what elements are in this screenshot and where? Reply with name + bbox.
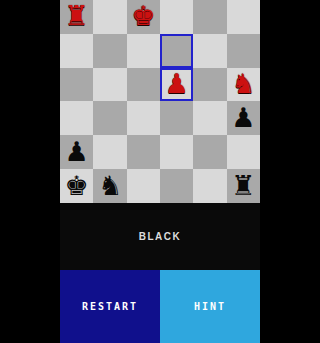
black-king: ♚ [65, 172, 89, 199]
black-rook: ♜ [231, 172, 255, 199]
square-f6[interactable] [227, 0, 260, 34]
chess-board[interactable]: ♜♚♟♞♟♟♚♞♜ [60, 0, 260, 203]
red-rook: ♜ [65, 2, 89, 29]
app-screen: ♜♚♟♞♟♟♚♞♜ BLACK RESTART HINT [60, 0, 260, 343]
square-a1[interactable]: ♚ [60, 169, 93, 203]
square-b6[interactable] [93, 0, 126, 34]
square-e4[interactable] [193, 68, 226, 102]
square-f3[interactable]: ♟ [227, 101, 260, 135]
square-e1[interactable] [193, 169, 226, 203]
square-d6[interactable] [160, 0, 193, 34]
square-d2[interactable] [160, 135, 193, 169]
square-d1[interactable] [160, 169, 193, 203]
square-c4[interactable] [127, 68, 160, 102]
square-f5[interactable] [227, 34, 260, 68]
square-f4[interactable]: ♞ [227, 68, 260, 102]
hint-button[interactable]: HINT [160, 270, 260, 343]
turn-indicator: BLACK [139, 231, 182, 242]
square-b2[interactable] [93, 135, 126, 169]
square-a6[interactable]: ♜ [60, 0, 93, 34]
black-pawn: ♟ [231, 104, 255, 131]
square-d4[interactable]: ♟ [160, 68, 193, 102]
square-f2[interactable] [227, 135, 260, 169]
square-e3[interactable] [193, 101, 226, 135]
button-row: RESTART HINT [60, 270, 260, 343]
square-c2[interactable] [127, 135, 160, 169]
square-d5[interactable] [160, 34, 193, 68]
red-pawn: ♟ [165, 70, 189, 97]
black-pawn: ♟ [65, 138, 89, 165]
square-b3[interactable] [93, 101, 126, 135]
square-c6[interactable]: ♚ [127, 0, 160, 34]
restart-button[interactable]: RESTART [60, 270, 160, 343]
red-king: ♚ [131, 2, 155, 29]
square-e5[interactable] [193, 34, 226, 68]
square-b5[interactable] [93, 34, 126, 68]
status-bar: BLACK [60, 203, 260, 270]
square-a2[interactable]: ♟ [60, 135, 93, 169]
square-a5[interactable] [60, 34, 93, 68]
square-c1[interactable] [127, 169, 160, 203]
square-c5[interactable] [127, 34, 160, 68]
black-knight: ♞ [98, 172, 122, 199]
square-e6[interactable] [193, 0, 226, 34]
square-b1[interactable]: ♞ [93, 169, 126, 203]
red-knight: ♞ [231, 70, 255, 97]
square-c3[interactable] [127, 101, 160, 135]
square-b4[interactable] [93, 68, 126, 102]
square-e2[interactable] [193, 135, 226, 169]
square-f1[interactable]: ♜ [227, 169, 260, 203]
square-a4[interactable] [60, 68, 93, 102]
square-a3[interactable] [60, 101, 93, 135]
square-d3[interactable] [160, 101, 193, 135]
